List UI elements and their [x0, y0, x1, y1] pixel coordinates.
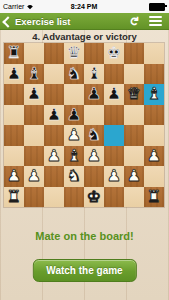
square-f6[interactable]: ♟ [104, 84, 124, 105]
square-c2[interactable] [44, 166, 64, 187]
square-a2[interactable]: ♟ [4, 166, 24, 187]
white-pawn-g2: ♟ [127, 166, 141, 186]
black-queen-d8: ♛ [67, 43, 81, 63]
menu-icon[interactable] [149, 14, 162, 28]
white-bishop-h6: ♝ [147, 84, 161, 104]
black-pawn-f6: ♟ [107, 84, 121, 104]
black-knight-e4: ♞ [87, 125, 101, 145]
square-c8[interactable] [44, 43, 64, 64]
square-e8[interactable] [84, 43, 104, 64]
white-pawn-e3: ♟ [87, 146, 101, 166]
white-bishop-d3: ♝ [67, 146, 81, 166]
square-g4[interactable] [124, 125, 144, 146]
square-g2[interactable]: ♟ [124, 166, 144, 187]
square-b6[interactable]: ♟ [24, 84, 44, 105]
white-pawn-d4: ♟ [67, 125, 81, 145]
square-f7[interactable] [104, 64, 124, 85]
square-a5[interactable] [4, 105, 24, 126]
white-knight-d2: ♞ [67, 166, 81, 186]
square-b5[interactable] [24, 105, 44, 126]
square-h3[interactable]: ♟ [144, 146, 164, 167]
result-message: Mate on the board! [0, 230, 169, 242]
square-e4[interactable]: ♞ [84, 125, 104, 146]
white-pawn-a2: ♟ [7, 166, 21, 186]
chess-board: ♜♛♚♟♝♞♝♟♟♟♛♝♟♟♟♞♟♝♟♟♟♟♞♟♟♜♚♜ [4, 43, 164, 207]
battery-icon [149, 3, 165, 11]
black-bishop-b7: ♝ [27, 64, 41, 84]
square-e3[interactable]: ♟ [84, 146, 104, 167]
black-pawn-e6: ♟ [87, 84, 101, 104]
square-h5[interactable] [144, 105, 164, 126]
square-f1[interactable] [104, 187, 124, 208]
black-rook-a8: ♜ [7, 43, 21, 63]
black-pawn-c5: ♟ [47, 105, 61, 125]
square-a6[interactable] [4, 84, 24, 105]
refresh-icon[interactable]: ↻ [128, 16, 140, 26]
square-e1[interactable]: ♚ [84, 187, 104, 208]
square-d8[interactable]: ♛ [64, 43, 84, 64]
black-bishop-e7: ♝ [87, 64, 101, 84]
square-c6[interactable] [44, 84, 64, 105]
square-e7[interactable]: ♝ [84, 64, 104, 85]
square-a4[interactable] [4, 125, 24, 146]
square-b4[interactable] [24, 125, 44, 146]
white-pawn-f2: ♟ [107, 166, 121, 186]
square-g7[interactable] [124, 64, 144, 85]
square-c4[interactable] [44, 125, 64, 146]
clock: 8:24 PM [57, 3, 111, 10]
square-c5[interactable]: ♟ [44, 105, 64, 126]
square-h2[interactable] [144, 166, 164, 187]
square-a8[interactable]: ♜ [4, 43, 24, 64]
square-h6[interactable]: ♝ [144, 84, 164, 105]
exercise-title: 4. Advantage or victory [0, 31, 169, 42]
square-d3[interactable]: ♝ [64, 146, 84, 167]
square-f3[interactable] [104, 146, 124, 167]
square-b3[interactable] [24, 146, 44, 167]
square-b2[interactable]: ♟ [24, 166, 44, 187]
square-f5[interactable] [104, 105, 124, 126]
square-d1[interactable] [64, 187, 84, 208]
white-queen-g6: ♛ [127, 84, 141, 104]
black-pawn-d5: ♟ [67, 105, 81, 125]
square-g6[interactable]: ♛ [124, 84, 144, 105]
square-d6[interactable] [64, 84, 84, 105]
watch-game-button[interactable]: Watch the game [32, 259, 136, 282]
black-knight-d7: ♞ [67, 64, 81, 84]
white-pawn-h3: ♟ [147, 146, 161, 166]
wifi-icon [26, 3, 34, 11]
white-rook-h1: ♜ [147, 187, 161, 207]
square-h4[interactable] [144, 125, 164, 146]
nav-bar: Exercise list ↻ [0, 13, 169, 30]
square-e2[interactable] [84, 166, 104, 187]
square-c3[interactable]: ♟ [44, 146, 64, 167]
white-king-e1: ♚ [87, 187, 101, 207]
square-c1[interactable] [44, 187, 64, 208]
black-pawn-b6: ♟ [27, 84, 41, 104]
square-f8[interactable]: ♚ [104, 43, 124, 64]
back-button[interactable]: Exercise list [4, 16, 70, 27]
white-pawn-c3: ♟ [47, 146, 61, 166]
square-c7[interactable] [44, 64, 64, 85]
square-g3[interactable] [124, 146, 144, 167]
white-pawn-b2: ♟ [27, 166, 41, 186]
app-screen: Carrier 8:24 PM Exercise list ↻ 4. Advan… [0, 0, 169, 300]
black-pawn-a7: ♟ [7, 64, 21, 84]
square-b7[interactable]: ♝ [24, 64, 44, 85]
square-g5[interactable] [124, 105, 144, 126]
status-bar: Carrier 8:24 PM [0, 0, 169, 13]
square-d4[interactable]: ♟ [64, 125, 84, 146]
square-a1[interactable]: ♜ [4, 187, 24, 208]
square-b8[interactable] [24, 43, 44, 64]
square-g8[interactable] [124, 43, 144, 64]
back-label: Exercise list [15, 16, 70, 27]
square-a7[interactable]: ♟ [4, 64, 24, 85]
square-h1[interactable]: ♜ [144, 187, 164, 208]
square-a3[interactable] [4, 146, 24, 167]
carrier-label: Carrier [3, 3, 24, 10]
square-g1[interactable] [124, 187, 144, 208]
black-king-f8: ♚ [107, 43, 121, 63]
white-rook-a1: ♜ [7, 187, 21, 207]
square-f4[interactable] [104, 125, 124, 146]
square-e6[interactable]: ♟ [84, 84, 104, 105]
square-b1[interactable] [24, 187, 44, 208]
square-f2[interactable]: ♟ [104, 166, 124, 187]
square-h8[interactable] [144, 43, 164, 64]
back-chevron-icon [2, 16, 13, 27]
square-d7[interactable]: ♞ [64, 64, 84, 85]
square-e5[interactable] [84, 105, 104, 126]
square-h7[interactable] [144, 64, 164, 85]
square-d2[interactable]: ♞ [64, 166, 84, 187]
square-d5[interactable]: ♟ [64, 105, 84, 126]
